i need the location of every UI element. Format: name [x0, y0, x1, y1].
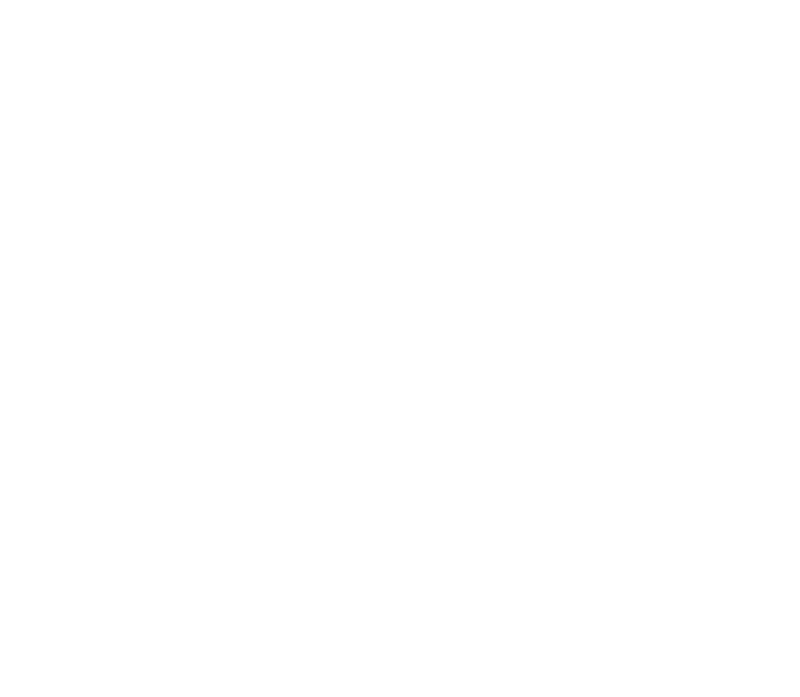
chessboard-plane — [0, 43, 800, 697]
fit-wrapper — [0, 0, 800, 697]
studio-background — [0, 0, 800, 697]
scene — [0, 0, 800, 697]
